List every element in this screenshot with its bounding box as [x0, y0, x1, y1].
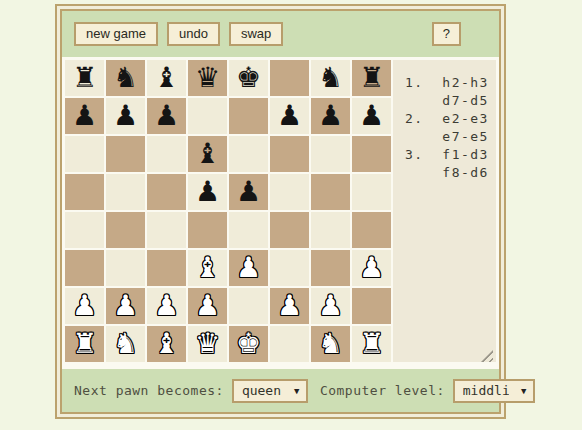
square-a1[interactable]: ♜ [65, 326, 104, 362]
piece-white-pawn: ♟ [318, 290, 343, 322]
square-c2[interactable]: ♟ [147, 288, 186, 324]
square-f4[interactable] [270, 212, 309, 248]
move-list[interactable]: 1. h2-h3 d7-d5 2. e2-e3 e7-e5 3. f1-d3 f… [393, 60, 496, 362]
square-d6[interactable]: ♝ [188, 136, 227, 172]
square-d3[interactable]: ♝ [188, 250, 227, 286]
square-g2[interactable]: ♟ [311, 288, 350, 324]
piece-black-pawn: ♟ [154, 100, 179, 132]
square-a3[interactable] [65, 250, 104, 286]
square-c3[interactable] [147, 250, 186, 286]
square-g6[interactable] [311, 136, 350, 172]
square-b3[interactable] [106, 250, 145, 286]
square-a5[interactable] [65, 174, 104, 210]
square-b8[interactable]: ♞ [106, 60, 145, 96]
square-d8[interactable]: ♛ [188, 60, 227, 96]
promotion-select-wrap: queen [232, 379, 308, 403]
swap-button[interactable]: swap [229, 22, 283, 46]
square-e1[interactable]: ♚ [229, 326, 268, 362]
square-e8[interactable]: ♚ [229, 60, 268, 96]
piece-black-bishop: ♝ [154, 62, 179, 94]
square-c4[interactable] [147, 212, 186, 248]
piece-black-rook: ♜ [359, 62, 384, 94]
piece-black-pawn: ♟ [236, 176, 261, 208]
square-h6[interactable] [352, 136, 391, 172]
square-c8[interactable]: ♝ [147, 60, 186, 96]
square-a7[interactable]: ♟ [65, 98, 104, 134]
square-d7[interactable] [188, 98, 227, 134]
piece-white-rook: ♜ [359, 328, 384, 360]
square-f6[interactable] [270, 136, 309, 172]
square-g1[interactable]: ♞ [311, 326, 350, 362]
piece-white-pawn: ♟ [236, 252, 261, 284]
piece-white-queen: ♛ [195, 328, 220, 360]
square-f2[interactable]: ♟ [270, 288, 309, 324]
square-f8[interactable] [270, 60, 309, 96]
square-h8[interactable]: ♜ [352, 60, 391, 96]
square-h5[interactable] [352, 174, 391, 210]
square-c7[interactable]: ♟ [147, 98, 186, 134]
promotion-label: Next pawn becomes: [74, 383, 224, 398]
level-select-wrap: middling [453, 379, 535, 403]
piece-black-pawn: ♟ [113, 100, 138, 132]
square-h2[interactable] [352, 288, 391, 324]
piece-white-king: ♚ [236, 328, 261, 360]
square-h1[interactable]: ♜ [352, 326, 391, 362]
settings-bar: Next pawn becomes: queen Computer level:… [62, 369, 499, 412]
square-g3[interactable] [311, 250, 350, 286]
square-g8[interactable]: ♞ [311, 60, 350, 96]
promotion-select[interactable]: queen [232, 379, 308, 403]
square-f3[interactable] [270, 250, 309, 286]
level-label: Computer level: [320, 383, 445, 398]
piece-white-bishop: ♝ [154, 328, 179, 360]
square-c6[interactable] [147, 136, 186, 172]
square-c1[interactable]: ♝ [147, 326, 186, 362]
square-e3[interactable]: ♟ [229, 250, 268, 286]
square-f5[interactable] [270, 174, 309, 210]
new-game-button[interactable]: new game [74, 22, 158, 46]
piece-white-pawn: ♟ [154, 290, 179, 322]
square-b6[interactable] [106, 136, 145, 172]
square-a8[interactable]: ♜ [65, 60, 104, 96]
piece-white-knight: ♞ [318, 328, 343, 360]
toolbar: new game undo swap ? [62, 11, 499, 57]
chess-app: new game undo swap ? ♜♞♝♛♚♞♜♟♟♟♟♟♟♝♟♟♝♟♟… [60, 9, 501, 414]
square-h4[interactable] [352, 212, 391, 248]
piece-black-knight: ♞ [318, 62, 343, 94]
chess-board: ♜♞♝♛♚♞♜♟♟♟♟♟♟♝♟♟♝♟♟♟♟♟♟♟♟♜♞♝♛♚♞♜ [65, 60, 391, 362]
piece-black-queen: ♛ [195, 62, 220, 94]
piece-black-pawn: ♟ [72, 100, 97, 132]
piece-white-knight: ♞ [113, 328, 138, 360]
square-e2[interactable] [229, 288, 268, 324]
piece-black-pawn: ♟ [195, 176, 220, 208]
level-select[interactable]: middling [453, 379, 535, 403]
piece-black-bishop: ♝ [195, 138, 220, 170]
piece-black-rook: ♜ [72, 62, 97, 94]
help-button[interactable]: ? [432, 22, 461, 46]
square-b1[interactable]: ♞ [106, 326, 145, 362]
square-f1[interactable] [270, 326, 309, 362]
piece-white-pawn: ♟ [277, 290, 302, 322]
main-area: ♜♞♝♛♚♞♜♟♟♟♟♟♟♝♟♟♝♟♟♟♟♟♟♟♟♜♞♝♛♚♞♜ 1. h2-h… [62, 57, 499, 369]
square-g7[interactable]: ♟ [311, 98, 350, 134]
square-b2[interactable]: ♟ [106, 288, 145, 324]
piece-white-pawn: ♟ [195, 290, 220, 322]
piece-white-pawn: ♟ [359, 252, 384, 284]
square-a6[interactable] [65, 136, 104, 172]
square-b4[interactable] [106, 212, 145, 248]
square-a2[interactable]: ♟ [65, 288, 104, 324]
square-e6[interactable] [229, 136, 268, 172]
chess-app-frame: new game undo swap ? ♜♞♝♛♚♞♜♟♟♟♟♟♟♝♟♟♝♟♟… [55, 4, 506, 419]
square-d4[interactable] [188, 212, 227, 248]
square-g5[interactable] [311, 174, 350, 210]
square-e4[interactable] [229, 212, 268, 248]
square-b5[interactable] [106, 174, 145, 210]
square-d1[interactable]: ♛ [188, 326, 227, 362]
square-a4[interactable] [65, 212, 104, 248]
piece-black-pawn: ♟ [318, 100, 343, 132]
move-list-panel: 1. h2-h3 d7-d5 2. e2-e3 e7-e5 3. f1-d3 f… [393, 60, 496, 366]
square-g4[interactable] [311, 212, 350, 248]
square-e5[interactable]: ♟ [229, 174, 268, 210]
square-b7[interactable]: ♟ [106, 98, 145, 134]
piece-black-pawn: ♟ [359, 100, 384, 132]
square-f7[interactable]: ♟ [270, 98, 309, 134]
square-d2[interactable]: ♟ [188, 288, 227, 324]
piece-white-bishop: ♝ [195, 252, 220, 284]
piece-white-pawn: ♟ [72, 290, 97, 322]
piece-black-knight: ♞ [113, 62, 138, 94]
piece-white-rook: ♜ [72, 328, 97, 360]
piece-black-pawn: ♟ [277, 100, 302, 132]
piece-white-pawn: ♟ [113, 290, 138, 322]
square-d5[interactable]: ♟ [188, 174, 227, 210]
piece-black-king: ♚ [236, 62, 261, 94]
square-c5[interactable] [147, 174, 186, 210]
square-h3[interactable]: ♟ [352, 250, 391, 286]
square-e7[interactable] [229, 98, 268, 134]
square-h7[interactable]: ♟ [352, 98, 391, 134]
undo-button[interactable]: undo [167, 22, 220, 46]
